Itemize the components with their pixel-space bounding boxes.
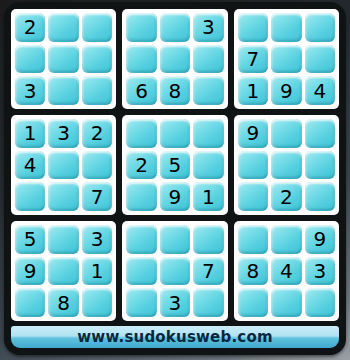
cell-r2c3-empty[interactable] <box>82 45 112 74</box>
cell-r9c6-empty[interactable] <box>193 288 223 317</box>
cell-r8c4-empty[interactable] <box>126 257 156 286</box>
cell-r7c1-given: 5 <box>15 225 45 254</box>
cell-r5c2-empty[interactable] <box>48 151 78 180</box>
cell-r9c3-empty[interactable] <box>82 288 112 317</box>
box-1-2: 368 <box>122 9 227 109</box>
cell-r1c8-empty[interactable] <box>271 13 301 42</box>
sudoku-board: 2336871941324725919253918739843 <box>11 9 339 321</box>
cell-r1c3-empty[interactable] <box>82 13 112 42</box>
cell-r5c7-empty[interactable] <box>238 151 268 180</box>
cell-r1c4-empty[interactable] <box>126 13 156 42</box>
cell-r7c4-empty[interactable] <box>126 225 156 254</box>
cell-r8c7-given: 8 <box>238 257 268 286</box>
cell-r3c2-empty[interactable] <box>48 76 78 105</box>
cell-r5c3-empty[interactable] <box>82 151 112 180</box>
box-1-3: 7194 <box>234 9 339 109</box>
cell-r1c7-empty[interactable] <box>238 13 268 42</box>
cell-r4c9-empty[interactable] <box>305 119 335 148</box>
cell-r2c9-empty[interactable] <box>305 45 335 74</box>
cell-r3c5-given: 8 <box>160 76 190 105</box>
cell-r8c5-empty[interactable] <box>160 257 190 286</box>
cell-r7c6-empty[interactable] <box>193 225 223 254</box>
cell-r2c5-empty[interactable] <box>160 45 190 74</box>
cell-r4c5-empty[interactable] <box>160 119 190 148</box>
cell-r3c1-given: 3 <box>15 76 45 105</box>
cell-r1c5-empty[interactable] <box>160 13 190 42</box>
cell-r2c7-given: 7 <box>238 45 268 74</box>
cell-r8c8-given: 4 <box>271 257 301 286</box>
cell-r3c9-given: 4 <box>305 76 335 105</box>
cell-r3c7-given: 1 <box>238 76 268 105</box>
cell-r5c8-empty[interactable] <box>271 151 301 180</box>
cell-r8c6-given: 7 <box>193 257 223 286</box>
cell-r6c4-empty[interactable] <box>126 182 156 211</box>
cell-r9c8-empty[interactable] <box>271 288 301 317</box>
box-2-3: 92 <box>234 115 339 215</box>
cell-r3c3-empty[interactable] <box>82 76 112 105</box>
cell-r7c5-empty[interactable] <box>160 225 190 254</box>
cell-r6c8-given: 2 <box>271 182 301 211</box>
site-url-label: www.sudokusweb.com <box>77 328 272 346</box>
cell-r1c1-given: 2 <box>15 13 45 42</box>
cell-r7c8-empty[interactable] <box>271 225 301 254</box>
box-3-2: 73 <box>122 221 227 321</box>
cell-r7c3-given: 3 <box>82 225 112 254</box>
cell-r5c6-empty[interactable] <box>193 151 223 180</box>
cell-r1c2-empty[interactable] <box>48 13 78 42</box>
cell-r6c9-empty[interactable] <box>305 182 335 211</box>
cell-r8c3-given: 1 <box>82 257 112 286</box>
cell-r1c9-empty[interactable] <box>305 13 335 42</box>
cell-r4c3-given: 2 <box>82 119 112 148</box>
cell-r5c1-given: 4 <box>15 151 45 180</box>
box-2-2: 2591 <box>122 115 227 215</box>
cell-r3c8-given: 9 <box>271 76 301 105</box>
cell-r6c5-given: 9 <box>160 182 190 211</box>
cell-r7c2-empty[interactable] <box>48 225 78 254</box>
cell-r4c4-empty[interactable] <box>126 119 156 148</box>
cell-r6c6-given: 1 <box>193 182 223 211</box>
cell-r7c7-empty[interactable] <box>238 225 268 254</box>
box-1-1: 23 <box>11 9 116 109</box>
cell-r9c4-empty[interactable] <box>126 288 156 317</box>
cell-r2c1-empty[interactable] <box>15 45 45 74</box>
cell-r9c2-given: 8 <box>48 288 78 317</box>
cell-r9c7-empty[interactable] <box>238 288 268 317</box>
cell-r5c4-given: 2 <box>126 151 156 180</box>
cell-r9c1-empty[interactable] <box>15 288 45 317</box>
cell-r2c8-empty[interactable] <box>271 45 301 74</box>
cell-r4c8-empty[interactable] <box>271 119 301 148</box>
board-frame: 2336871941324725919253918739843 www.sudo… <box>4 2 346 355</box>
cell-r5c5-given: 5 <box>160 151 190 180</box>
cell-r6c7-empty[interactable] <box>238 182 268 211</box>
cell-r9c5-given: 3 <box>160 288 190 317</box>
sudoku-puzzle-image: 2336871941324725919253918739843 www.sudo… <box>0 0 350 360</box>
cell-r3c6-empty[interactable] <box>193 76 223 105</box>
cell-r1c6-given: 3 <box>193 13 223 42</box>
cell-r8c9-given: 3 <box>305 257 335 286</box>
cell-r9c9-empty[interactable] <box>305 288 335 317</box>
cell-r8c2-empty[interactable] <box>48 257 78 286</box>
cell-r6c2-empty[interactable] <box>48 182 78 211</box>
box-3-1: 53918 <box>11 221 116 321</box>
box-3-3: 9843 <box>234 221 339 321</box>
cell-r6c3-given: 7 <box>82 182 112 211</box>
cell-r4c1-given: 1 <box>15 119 45 148</box>
cell-r2c4-empty[interactable] <box>126 45 156 74</box>
box-2-1: 13247 <box>11 115 116 215</box>
cell-r6c1-empty[interactable] <box>15 182 45 211</box>
cell-r5c9-empty[interactable] <box>305 151 335 180</box>
cell-r2c6-empty[interactable] <box>193 45 223 74</box>
cell-r4c6-empty[interactable] <box>193 119 223 148</box>
cell-r8c1-given: 9 <box>15 257 45 286</box>
cell-r2c2-empty[interactable] <box>48 45 78 74</box>
cell-r4c2-given: 3 <box>48 119 78 148</box>
cell-r7c9-given: 9 <box>305 225 335 254</box>
cell-r3c4-given: 6 <box>126 76 156 105</box>
site-url-bar: www.sudokusweb.com <box>11 326 339 348</box>
cell-r4c7-given: 9 <box>238 119 268 148</box>
